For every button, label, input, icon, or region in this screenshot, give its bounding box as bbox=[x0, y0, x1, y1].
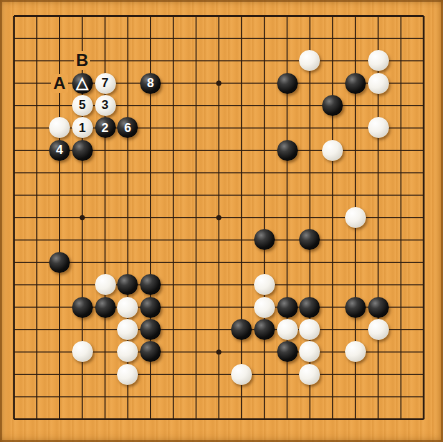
black-stone bbox=[277, 140, 298, 161]
black-stone: 8 bbox=[140, 73, 161, 94]
board-point bbox=[276, 341, 299, 363]
board-point bbox=[139, 341, 162, 363]
black-stone bbox=[49, 252, 70, 273]
white-stone bbox=[299, 50, 320, 71]
board-point bbox=[94, 274, 117, 296]
board-point bbox=[48, 117, 71, 139]
board-point bbox=[71, 139, 94, 161]
black-stone bbox=[140, 297, 161, 318]
white-stone bbox=[368, 319, 389, 340]
board-point bbox=[299, 50, 322, 72]
white-stone bbox=[49, 117, 70, 138]
board-point: 4 bbox=[48, 139, 71, 161]
black-stone bbox=[254, 229, 275, 250]
go-board: △78531264AB bbox=[0, 0, 443, 442]
white-stone bbox=[72, 341, 93, 362]
board-point bbox=[116, 341, 139, 363]
move-number: 4 bbox=[56, 144, 63, 157]
black-stone bbox=[231, 319, 252, 340]
black-stone bbox=[299, 229, 320, 250]
board-point bbox=[321, 139, 344, 161]
white-stone bbox=[299, 364, 320, 385]
black-stone bbox=[95, 297, 116, 318]
white-stone bbox=[322, 140, 343, 161]
black-stone bbox=[277, 341, 298, 362]
board-point bbox=[48, 251, 71, 273]
board-point bbox=[230, 363, 253, 385]
board-point: B bbox=[71, 50, 94, 72]
board-point: 3 bbox=[94, 94, 117, 116]
board-point bbox=[344, 341, 367, 363]
board-point bbox=[276, 72, 299, 94]
board-point bbox=[299, 363, 322, 385]
black-stone bbox=[277, 297, 298, 318]
black-stone bbox=[345, 297, 366, 318]
board-point bbox=[116, 274, 139, 296]
white-stone bbox=[299, 341, 320, 362]
black-stone bbox=[277, 73, 298, 94]
black-stone bbox=[140, 274, 161, 295]
board-point bbox=[344, 206, 367, 228]
move-number: 1 bbox=[79, 122, 86, 135]
board-point bbox=[344, 72, 367, 94]
board-point bbox=[71, 296, 94, 318]
board-point bbox=[276, 318, 299, 340]
white-stone bbox=[254, 297, 275, 318]
white-stone bbox=[254, 274, 275, 295]
black-stone bbox=[117, 274, 138, 295]
white-stone bbox=[117, 341, 138, 362]
board-point bbox=[299, 296, 322, 318]
board-point bbox=[139, 318, 162, 340]
black-stone bbox=[72, 297, 93, 318]
black-stone bbox=[72, 140, 93, 161]
board-point bbox=[253, 318, 276, 340]
move-number: 8 bbox=[147, 77, 154, 90]
white-stone bbox=[231, 364, 252, 385]
black-stone: 4 bbox=[49, 140, 70, 161]
black-stone: △ bbox=[72, 73, 93, 94]
white-stone bbox=[368, 50, 389, 71]
white-stone bbox=[299, 319, 320, 340]
black-stone bbox=[140, 319, 161, 340]
board-point: 2 bbox=[94, 117, 117, 139]
white-stone bbox=[117, 319, 138, 340]
white-stone bbox=[368, 117, 389, 138]
board-point bbox=[367, 296, 390, 318]
black-stone bbox=[254, 319, 275, 340]
board-point: 6 bbox=[116, 117, 139, 139]
board-point: 5 bbox=[71, 94, 94, 116]
white-stone bbox=[117, 364, 138, 385]
board-point: 8 bbox=[139, 72, 162, 94]
board-point bbox=[139, 296, 162, 318]
board-point bbox=[367, 318, 390, 340]
board-point bbox=[276, 139, 299, 161]
board-point: △ bbox=[71, 72, 94, 94]
white-stone bbox=[368, 73, 389, 94]
white-stone: 1 bbox=[72, 117, 93, 138]
board-point bbox=[253, 274, 276, 296]
board-point bbox=[230, 318, 253, 340]
black-stone bbox=[322, 95, 343, 116]
board-point bbox=[344, 296, 367, 318]
move-number: 5 bbox=[79, 99, 86, 112]
board-point bbox=[367, 50, 390, 72]
white-stone bbox=[345, 341, 366, 362]
move-number: 2 bbox=[102, 122, 109, 135]
black-stone: 2 bbox=[95, 117, 116, 138]
board-point: 7 bbox=[94, 72, 117, 94]
board-point bbox=[253, 296, 276, 318]
white-stone bbox=[277, 319, 298, 340]
board-point bbox=[299, 318, 322, 340]
white-stone bbox=[345, 207, 366, 228]
board-point bbox=[321, 94, 344, 116]
board-point: 1 bbox=[71, 117, 94, 139]
board-point: A bbox=[48, 72, 71, 94]
point-label-a: A bbox=[51, 74, 67, 93]
white-stone: 3 bbox=[95, 95, 116, 116]
black-stone: 6 bbox=[117, 117, 138, 138]
board-point bbox=[139, 274, 162, 296]
board-point bbox=[116, 363, 139, 385]
board-point bbox=[71, 341, 94, 363]
black-stone bbox=[299, 297, 320, 318]
white-stone bbox=[117, 297, 138, 318]
move-number: 6 bbox=[124, 122, 131, 135]
black-stone bbox=[368, 297, 389, 318]
white-stone bbox=[95, 274, 116, 295]
triangle-marker-icon: △ bbox=[76, 75, 88, 91]
board-point bbox=[116, 296, 139, 318]
white-stone: 7 bbox=[95, 73, 116, 94]
board-point bbox=[276, 296, 299, 318]
white-stone: 5 bbox=[72, 95, 93, 116]
move-number: 7 bbox=[102, 77, 109, 90]
board-point bbox=[367, 72, 390, 94]
black-stone bbox=[345, 73, 366, 94]
move-number: 3 bbox=[102, 99, 109, 112]
board-point bbox=[367, 117, 390, 139]
stones-layer: △78531264AB bbox=[3, 5, 436, 431]
point-label-b: B bbox=[74, 51, 90, 70]
board-point bbox=[94, 296, 117, 318]
board-point bbox=[253, 229, 276, 251]
board-point bbox=[116, 318, 139, 340]
board-point bbox=[299, 229, 322, 251]
board-point bbox=[299, 341, 322, 363]
black-stone bbox=[140, 341, 161, 362]
